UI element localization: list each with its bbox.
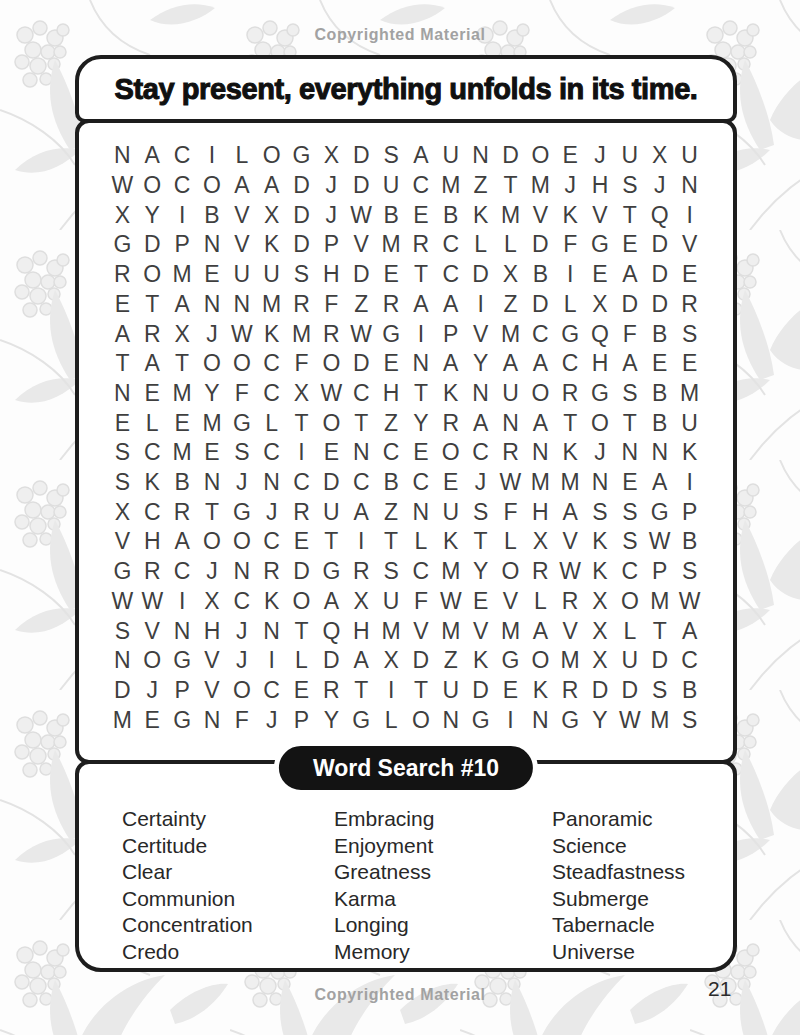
grid-cell: A xyxy=(167,527,197,557)
grid-cell: L xyxy=(287,646,317,676)
grid-cell: X xyxy=(257,200,287,230)
grid-cell: E xyxy=(197,260,227,290)
grid-cell: T xyxy=(316,527,346,557)
grid-cell: K xyxy=(555,200,585,230)
grid-cell: O xyxy=(137,171,167,201)
grid-cell: O xyxy=(525,646,555,676)
grid-cell: M xyxy=(496,200,526,230)
grid-cell: E xyxy=(615,230,645,260)
grid-cell: N xyxy=(525,705,555,735)
grid-cell: R xyxy=(675,290,705,320)
grid-cell: C xyxy=(436,230,466,260)
grid-cell: M xyxy=(436,557,466,587)
grid-cell: K xyxy=(675,438,705,468)
grid-cell: N xyxy=(645,438,675,468)
grid-cell: C xyxy=(555,349,585,379)
grid-cell: D xyxy=(316,468,346,498)
grid-cell: J xyxy=(227,646,257,676)
word-list-item: Submerge xyxy=(552,886,685,913)
grid-cell: S xyxy=(376,141,406,171)
grid-cell: X xyxy=(585,290,615,320)
grid-cell: M xyxy=(108,705,138,735)
grid-cell: Z xyxy=(496,290,526,320)
grid-cell: H xyxy=(197,616,227,646)
grid-cell: E xyxy=(496,676,526,706)
grid-cell: W xyxy=(675,587,705,617)
grid-cell: R xyxy=(287,497,317,527)
grid-cell: I xyxy=(555,260,585,290)
grid-cell: C xyxy=(257,676,287,706)
grid-cell: F xyxy=(615,319,645,349)
grid-cell: C xyxy=(406,468,436,498)
grid-cell: J xyxy=(257,705,287,735)
grid-cell: M xyxy=(167,260,197,290)
puzzle-title: Stay present, everything unfolds in its … xyxy=(114,73,697,106)
grid-cell: E xyxy=(197,438,227,468)
grid-cell: I xyxy=(376,676,406,706)
grid-cell: V xyxy=(406,616,436,646)
grid-cell: D xyxy=(406,646,436,676)
grid-cell: O xyxy=(496,557,526,587)
grid-cell: M xyxy=(525,171,555,201)
grid-cell: N xyxy=(197,290,227,320)
grid-cell: F xyxy=(287,349,317,379)
grid-cell: O xyxy=(615,587,645,617)
grid-cell: Y xyxy=(197,379,227,409)
grid-cell: A xyxy=(525,349,555,379)
grid-cell: U xyxy=(615,646,645,676)
grid-cell: U xyxy=(496,379,526,409)
grid-cell: K xyxy=(555,438,585,468)
grid-cell: C xyxy=(257,527,287,557)
grid-cell: K xyxy=(257,319,287,349)
grid-cell: C xyxy=(257,349,287,379)
grid-cell: V xyxy=(466,319,496,349)
grid-cell: O xyxy=(316,349,346,379)
grid-cell: I xyxy=(197,141,227,171)
grid-cell: U xyxy=(675,408,705,438)
grid-cell: V xyxy=(108,527,138,557)
grid-cell: C xyxy=(167,171,197,201)
grid-cell: S xyxy=(108,438,138,468)
grid-cell: M xyxy=(376,616,406,646)
grid-cell: G xyxy=(227,497,257,527)
grid-cell: L xyxy=(137,408,167,438)
grid-cell: J xyxy=(197,319,227,349)
grid-cell: R xyxy=(257,557,287,587)
grid-cell: K xyxy=(257,587,287,617)
word-list-item: Embracing xyxy=(334,806,434,833)
grid-cell: D xyxy=(346,260,376,290)
grid-cell: B xyxy=(197,200,227,230)
grid-cell: R xyxy=(555,379,585,409)
copyright-notice-top: Copyrighted Material xyxy=(0,26,800,44)
grid-cell: N xyxy=(406,349,436,379)
grid-cell: D xyxy=(346,171,376,201)
grid-cell: W xyxy=(108,587,138,617)
grid-cell: N xyxy=(615,438,645,468)
grid-cell: I xyxy=(466,290,496,320)
grid-cell: C xyxy=(436,260,466,290)
grid-cell: B xyxy=(675,527,705,557)
grid-cell: B xyxy=(376,468,406,498)
grid-cell: E xyxy=(406,438,436,468)
grid-cell: G xyxy=(346,705,376,735)
grid-cell: M xyxy=(555,646,585,676)
grid-cell: S xyxy=(466,497,496,527)
grid-cell: D xyxy=(645,290,675,320)
grid-cell: A xyxy=(137,141,167,171)
grid-cell: T xyxy=(555,408,585,438)
grid-cell: D xyxy=(525,290,555,320)
grid-cell: A xyxy=(316,587,346,617)
grid-cell: J xyxy=(555,171,585,201)
grid-cell: N xyxy=(257,616,287,646)
word-list-item: Memory xyxy=(334,939,434,966)
grid-cell: U xyxy=(436,676,466,706)
grid-cell: R xyxy=(137,319,167,349)
grid-cell: A xyxy=(406,141,436,171)
grid-cell: N xyxy=(436,705,466,735)
grid-cell: R xyxy=(346,557,376,587)
grid-cell: D xyxy=(466,676,496,706)
grid-cell: D xyxy=(346,141,376,171)
grid-cell: M xyxy=(167,438,197,468)
grid-cell: R xyxy=(525,557,555,587)
grid-cell: O xyxy=(525,141,555,171)
grid-cell: J xyxy=(316,200,346,230)
grid-cell: P xyxy=(675,497,705,527)
word-list-item: Credo xyxy=(122,939,253,966)
grid-cell: S xyxy=(287,260,317,290)
grid-cell: D xyxy=(645,260,675,290)
grid-cell: F xyxy=(406,587,436,617)
grid-cell: J xyxy=(585,141,615,171)
grid-cell: U xyxy=(436,141,466,171)
grid-cell: K xyxy=(137,468,167,498)
grid-cell: H xyxy=(376,379,406,409)
grid-cell: U xyxy=(675,141,705,171)
grid-cell: N xyxy=(227,290,257,320)
grid-cell: X xyxy=(108,200,138,230)
grid-cell: O xyxy=(227,349,257,379)
grid-cell: O xyxy=(525,379,555,409)
grid-cell: V xyxy=(675,230,705,260)
grid-cell: S xyxy=(645,676,675,706)
grid-cell: M xyxy=(645,705,675,735)
grid-cell: X xyxy=(316,141,346,171)
word-list-column-1: CertaintyCertitudeClearCommunionConcentr… xyxy=(122,806,253,965)
grid-cell: J xyxy=(227,468,257,498)
grid-cell: R xyxy=(406,230,436,260)
grid-cell: D xyxy=(585,676,615,706)
grid-cell: A xyxy=(555,497,585,527)
grid-cell: L xyxy=(555,290,585,320)
grid-cell: Z xyxy=(376,408,406,438)
grid-cell: S xyxy=(108,468,138,498)
grid-cell: K xyxy=(436,527,466,557)
grid-cell: M xyxy=(496,616,526,646)
grid-cell: G xyxy=(585,379,615,409)
grid-cell: A xyxy=(108,319,138,349)
grid-cell: A xyxy=(645,468,675,498)
grid-cell: H xyxy=(525,497,555,527)
grid-cell: X xyxy=(376,646,406,676)
word-list-item: Clear xyxy=(122,859,253,886)
grid-cell: N xyxy=(496,408,526,438)
grid-cell: N xyxy=(257,468,287,498)
grid-cell: B xyxy=(376,200,406,230)
grid-cell: N xyxy=(197,230,227,260)
grid-cell: L xyxy=(466,230,496,260)
grid-cell: R xyxy=(287,290,317,320)
word-list-item: Greatness xyxy=(334,859,434,886)
grid-cell: G xyxy=(376,319,406,349)
grid-cell: D xyxy=(287,171,317,201)
grid-cell: K xyxy=(585,557,615,587)
grid-cell: X xyxy=(585,587,615,617)
grid-cell: J xyxy=(197,557,227,587)
grid-cell: S xyxy=(615,497,645,527)
grid-cell: G xyxy=(108,230,138,260)
grid-cell: E xyxy=(137,379,167,409)
grid-cell: I xyxy=(496,705,526,735)
grid-cell: P xyxy=(167,676,197,706)
grid-cell: S xyxy=(675,319,705,349)
grid-cell: U xyxy=(436,497,466,527)
grid-cell: L xyxy=(376,705,406,735)
puzzle-title-banner: Stay present, everything unfolds in its … xyxy=(75,55,737,123)
grid-cell: S xyxy=(108,616,138,646)
grid-cell: X xyxy=(108,497,138,527)
grid-cell: H xyxy=(585,349,615,379)
grid-cell: E xyxy=(645,349,675,379)
grid-cell: P xyxy=(316,230,346,260)
grid-cell: S xyxy=(376,557,406,587)
word-list-item: Longing xyxy=(334,912,434,939)
grid-cell: A xyxy=(406,290,436,320)
grid-cell: X xyxy=(496,260,526,290)
grid-cell: L xyxy=(227,141,257,171)
grid-cell: J xyxy=(227,616,257,646)
grid-cell: F xyxy=(227,705,257,735)
grid-cell: H xyxy=(346,616,376,646)
grid-cell: B xyxy=(436,200,466,230)
grid-cell: X xyxy=(287,379,317,409)
puzzle-number-badge: Word Search #10 xyxy=(274,741,538,795)
grid-cell: D xyxy=(287,557,317,587)
grid-cell: I xyxy=(406,319,436,349)
grid-cell: X xyxy=(167,319,197,349)
grid-cell: D xyxy=(287,200,317,230)
grid-cell: M xyxy=(436,171,466,201)
grid-cell: I xyxy=(675,468,705,498)
grid-cell: L xyxy=(615,616,645,646)
grid-cell: E xyxy=(167,408,197,438)
grid-cell: M xyxy=(287,319,317,349)
grid-cell: M xyxy=(555,468,585,498)
word-list-item: Science xyxy=(552,833,685,860)
grid-cell: S xyxy=(675,557,705,587)
grid-cell: T xyxy=(167,349,197,379)
grid-cell: T xyxy=(346,676,376,706)
grid-cell: T xyxy=(287,616,317,646)
grid-cell: V xyxy=(137,616,167,646)
grid-cell: N xyxy=(466,141,496,171)
grid-cell: X xyxy=(197,587,227,617)
grid-cell: D xyxy=(316,646,346,676)
grid-cell: S xyxy=(615,171,645,201)
grid-cell: O xyxy=(227,527,257,557)
grid-cell: K xyxy=(257,230,287,260)
grid-cell: O xyxy=(287,587,317,617)
grid-cell: B xyxy=(167,468,197,498)
grid-cell: E xyxy=(287,676,317,706)
grid-cell: G xyxy=(496,646,526,676)
grid-cell: T xyxy=(406,379,436,409)
grid-cell: N xyxy=(108,379,138,409)
grid-cell: M xyxy=(436,616,466,646)
grid-cell: O xyxy=(257,141,287,171)
grid-cell: B xyxy=(525,260,555,290)
grid-cell: S xyxy=(227,438,257,468)
grid-cell: S xyxy=(615,527,645,557)
grid-cell: X xyxy=(645,141,675,171)
grid-cell: U xyxy=(615,141,645,171)
grid-cell: L xyxy=(496,527,526,557)
grid-cell: A xyxy=(227,171,257,201)
grid-cell: B xyxy=(645,379,675,409)
grid-cell: V xyxy=(227,200,257,230)
word-list-item: Universe xyxy=(552,939,685,966)
puzzle-number-label: Word Search #10 xyxy=(313,755,499,782)
grid-cell: U xyxy=(316,497,346,527)
grid-cell: A xyxy=(346,646,376,676)
grid-cell: E xyxy=(376,260,406,290)
grid-cell: F xyxy=(555,230,585,260)
grid-cell: F xyxy=(496,497,526,527)
grid-cell: X xyxy=(585,646,615,676)
grid-cell: T xyxy=(615,200,645,230)
grid-cell: G xyxy=(585,230,615,260)
grid-cell: Z xyxy=(346,290,376,320)
grid-cell: A xyxy=(525,408,555,438)
grid-cell: I xyxy=(167,200,197,230)
page-number: 21 xyxy=(708,977,731,1001)
grid-cell: C xyxy=(376,438,406,468)
grid-cell: N xyxy=(167,616,197,646)
grid-cell: E xyxy=(555,141,585,171)
grid-cell: D xyxy=(346,349,376,379)
grid-cell: C xyxy=(525,319,555,349)
grid-cell: M xyxy=(496,319,526,349)
grid-cell: O xyxy=(197,527,227,557)
grid-cell: D xyxy=(466,260,496,290)
grid-cell: T xyxy=(108,349,138,379)
grid-cell: D xyxy=(525,230,555,260)
grid-cell: A xyxy=(615,260,645,290)
grid-cell: R xyxy=(555,676,585,706)
grid-cell: A xyxy=(137,349,167,379)
grid-cell: C xyxy=(137,438,167,468)
grid-cell: S xyxy=(585,497,615,527)
grid-cell: N xyxy=(227,557,257,587)
grid-cell: E xyxy=(108,408,138,438)
grid-cell: N xyxy=(675,171,705,201)
grid-cell: A xyxy=(675,616,705,646)
grid-cell: Q xyxy=(316,616,346,646)
grid-cell: Y xyxy=(466,349,496,379)
grid-cell: I xyxy=(675,200,705,230)
grid-cell: G xyxy=(316,557,346,587)
grid-cell: C xyxy=(346,468,376,498)
grid-cell: G xyxy=(227,408,257,438)
grid-cell: A xyxy=(525,616,555,646)
grid-cell: G xyxy=(645,497,675,527)
grid-cell: F xyxy=(316,290,346,320)
grid-cell: T xyxy=(645,616,675,646)
grid-cell: C xyxy=(466,438,496,468)
grid-cell: L xyxy=(525,587,555,617)
grid-cell: R xyxy=(496,438,526,468)
grid-cell: J xyxy=(316,171,346,201)
grid-cell: E xyxy=(316,438,346,468)
grid-cell: R xyxy=(167,497,197,527)
grid-cell: C xyxy=(406,171,436,201)
grid-cell: W xyxy=(227,319,257,349)
grid-cell: W xyxy=(137,587,167,617)
grid-cell: C xyxy=(257,379,287,409)
grid-cell: T xyxy=(406,260,436,290)
word-list-item: Enjoyment xyxy=(334,833,434,860)
grid-cell: J xyxy=(645,171,675,201)
grid-cell: V xyxy=(525,200,555,230)
copyright-notice-bottom: Copyrighted Material xyxy=(0,986,800,1004)
grid-cell: V xyxy=(346,230,376,260)
grid-cell: E xyxy=(615,468,645,498)
grid-cell: W xyxy=(645,527,675,557)
grid-cell: C xyxy=(287,468,317,498)
grid-cell: R xyxy=(316,319,346,349)
word-list-item: Certitude xyxy=(122,833,253,860)
grid-cell: R xyxy=(436,408,466,438)
grid-cell: H xyxy=(137,527,167,557)
grid-cell: H xyxy=(585,171,615,201)
grid-cell: M xyxy=(645,587,675,617)
grid-cell: U xyxy=(257,260,287,290)
grid-cell: P xyxy=(436,319,466,349)
grid-cell: V xyxy=(227,230,257,260)
grid-cell: O xyxy=(316,408,346,438)
grid-cell: R xyxy=(316,676,346,706)
grid-cell: N xyxy=(108,141,138,171)
grid-cell: O xyxy=(197,349,227,379)
grid-cell: E xyxy=(436,468,466,498)
grid-cell: P xyxy=(287,705,317,735)
grid-cell: W xyxy=(346,319,376,349)
grid-cell: Y xyxy=(137,200,167,230)
grid-cell: B xyxy=(645,408,675,438)
grid-cell: C xyxy=(615,557,645,587)
grid-cell: A xyxy=(466,408,496,438)
grid-cell: U xyxy=(376,587,406,617)
grid-cell: K xyxy=(466,646,496,676)
grid-cell: L xyxy=(257,408,287,438)
grid-cell: G xyxy=(167,705,197,735)
grid-cell: Q xyxy=(645,200,675,230)
grid-cell: D xyxy=(645,646,675,676)
grid-cell: Z xyxy=(376,497,406,527)
